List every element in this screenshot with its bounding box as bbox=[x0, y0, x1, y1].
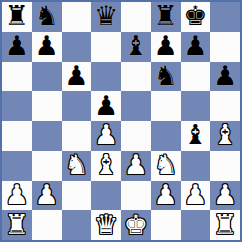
piece-white-rook[interactable]: ♜ bbox=[5, 211, 29, 238]
square-d4[interactable]: ♟ bbox=[91, 121, 121, 151]
piece-white-pawn[interactable]: ♟ bbox=[213, 181, 237, 208]
piece-black-knight[interactable]: ♞ bbox=[154, 62, 178, 89]
square-f6[interactable]: ♞ bbox=[151, 62, 181, 92]
piece-white-bishop[interactable]: ♝ bbox=[94, 151, 118, 178]
piece-white-pawn[interactable]: ♟ bbox=[35, 181, 59, 208]
square-h4[interactable]: ♝ bbox=[210, 121, 240, 151]
square-d6[interactable] bbox=[91, 62, 121, 92]
piece-white-pawn[interactable]: ♟ bbox=[154, 181, 178, 208]
piece-black-bishop[interactable]: ♝ bbox=[124, 32, 148, 59]
piece-black-pawn[interactable]: ♟ bbox=[154, 32, 178, 59]
square-g4[interactable]: ♝ bbox=[181, 121, 211, 151]
square-a3[interactable] bbox=[2, 151, 32, 181]
chess-board-frame: ♜♞♛♜♚♟♟♝♟♟♟♞♟♟♟♝♝♞♝♟♞♟♟♟♟♟♜♛♚♜ bbox=[0, 0, 242, 242]
square-g2[interactable]: ♟ bbox=[181, 181, 211, 211]
square-h1[interactable]: ♜ bbox=[210, 210, 240, 240]
square-h8[interactable] bbox=[210, 2, 240, 32]
piece-white-rook[interactable]: ♜ bbox=[213, 211, 237, 238]
square-d5[interactable]: ♟ bbox=[91, 91, 121, 121]
square-d2[interactable] bbox=[91, 181, 121, 211]
square-f7[interactable]: ♟ bbox=[151, 32, 181, 62]
square-e5[interactable] bbox=[121, 91, 151, 121]
square-h3[interactable] bbox=[210, 151, 240, 181]
square-b2[interactable]: ♟ bbox=[32, 181, 62, 211]
square-e2[interactable] bbox=[121, 181, 151, 211]
square-e8[interactable] bbox=[121, 2, 151, 32]
piece-white-pawn[interactable]: ♟ bbox=[183, 181, 207, 208]
piece-white-pawn[interactable]: ♟ bbox=[124, 151, 148, 178]
square-g6[interactable] bbox=[181, 62, 211, 92]
square-b1[interactable] bbox=[32, 210, 62, 240]
square-f3[interactable]: ♞ bbox=[151, 151, 181, 181]
square-e7[interactable]: ♝ bbox=[121, 32, 151, 62]
square-d1[interactable]: ♛ bbox=[91, 210, 121, 240]
square-d3[interactable]: ♝ bbox=[91, 151, 121, 181]
piece-black-pawn[interactable]: ♟ bbox=[213, 62, 237, 89]
piece-white-king[interactable]: ♚ bbox=[124, 211, 148, 238]
square-h2[interactable]: ♟ bbox=[210, 181, 240, 211]
piece-white-pawn[interactable]: ♟ bbox=[5, 181, 29, 208]
piece-white-queen[interactable]: ♛ bbox=[94, 211, 118, 238]
square-a7[interactable]: ♟ bbox=[2, 32, 32, 62]
square-c3[interactable]: ♞ bbox=[62, 151, 92, 181]
square-c7[interactable] bbox=[62, 32, 92, 62]
square-f4[interactable] bbox=[151, 121, 181, 151]
piece-black-pawn[interactable]: ♟ bbox=[64, 62, 88, 89]
square-g3[interactable] bbox=[181, 151, 211, 181]
piece-white-bishop[interactable]: ♝ bbox=[213, 121, 237, 148]
square-h6[interactable]: ♟ bbox=[210, 62, 240, 92]
square-c6[interactable]: ♟ bbox=[62, 62, 92, 92]
square-b8[interactable]: ♞ bbox=[32, 2, 62, 32]
square-e1[interactable]: ♚ bbox=[121, 210, 151, 240]
piece-black-pawn[interactable]: ♟ bbox=[183, 32, 207, 59]
square-c2[interactable] bbox=[62, 181, 92, 211]
square-f2[interactable]: ♟ bbox=[151, 181, 181, 211]
piece-black-pawn[interactable]: ♟ bbox=[94, 92, 118, 119]
square-a4[interactable] bbox=[2, 121, 32, 151]
square-d7[interactable] bbox=[91, 32, 121, 62]
piece-black-king[interactable]: ♚ bbox=[183, 2, 207, 29]
square-a6[interactable] bbox=[2, 62, 32, 92]
square-a2[interactable]: ♟ bbox=[2, 181, 32, 211]
square-g5[interactable] bbox=[181, 91, 211, 121]
piece-black-queen[interactable]: ♛ bbox=[94, 2, 118, 29]
square-f1[interactable] bbox=[151, 210, 181, 240]
square-e3[interactable]: ♟ bbox=[121, 151, 151, 181]
square-f5[interactable] bbox=[151, 91, 181, 121]
piece-black-pawn[interactable]: ♟ bbox=[35, 32, 59, 59]
piece-white-knight[interactable]: ♞ bbox=[154, 151, 178, 178]
square-c4[interactable] bbox=[62, 121, 92, 151]
piece-black-rook[interactable]: ♜ bbox=[5, 2, 29, 29]
square-g8[interactable]: ♚ bbox=[181, 2, 211, 32]
square-g7[interactable]: ♟ bbox=[181, 32, 211, 62]
piece-black-rook[interactable]: ♜ bbox=[154, 2, 178, 29]
square-d8[interactable]: ♛ bbox=[91, 2, 121, 32]
piece-white-knight[interactable]: ♞ bbox=[64, 151, 88, 178]
square-h5[interactable] bbox=[210, 91, 240, 121]
square-b4[interactable] bbox=[32, 121, 62, 151]
piece-black-pawn[interactable]: ♟ bbox=[5, 32, 29, 59]
square-c1[interactable] bbox=[62, 210, 92, 240]
piece-white-pawn[interactable]: ♟ bbox=[94, 121, 118, 148]
square-b3[interactable] bbox=[32, 151, 62, 181]
piece-black-knight[interactable]: ♞ bbox=[35, 2, 59, 29]
piece-black-bishop[interactable]: ♝ bbox=[183, 121, 207, 148]
square-b7[interactable]: ♟ bbox=[32, 32, 62, 62]
square-f8[interactable]: ♜ bbox=[151, 2, 181, 32]
square-a8[interactable]: ♜ bbox=[2, 2, 32, 32]
square-a5[interactable] bbox=[2, 91, 32, 121]
chess-board[interactable]: ♜♞♛♜♚♟♟♝♟♟♟♞♟♟♟♝♝♞♝♟♞♟♟♟♟♟♜♛♚♜ bbox=[2, 2, 240, 240]
square-b5[interactable] bbox=[32, 91, 62, 121]
square-g1[interactable] bbox=[181, 210, 211, 240]
square-c5[interactable] bbox=[62, 91, 92, 121]
square-h7[interactable] bbox=[210, 32, 240, 62]
square-b6[interactable] bbox=[32, 62, 62, 92]
square-a1[interactable]: ♜ bbox=[2, 210, 32, 240]
square-e4[interactable] bbox=[121, 121, 151, 151]
square-e6[interactable] bbox=[121, 62, 151, 92]
square-c8[interactable] bbox=[62, 2, 92, 32]
